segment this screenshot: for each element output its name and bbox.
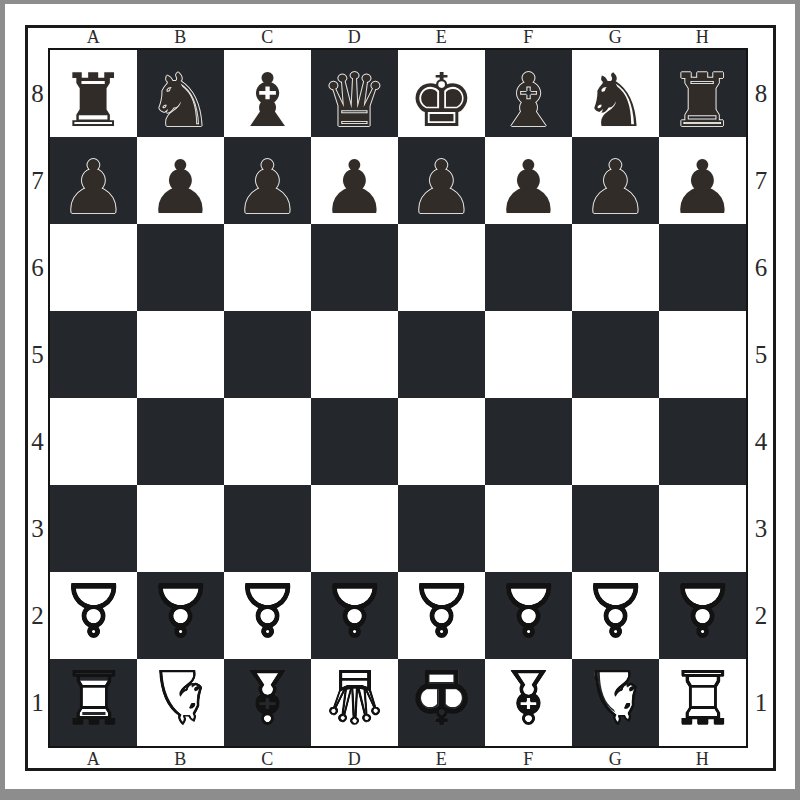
rank-label-7: 7: [749, 137, 773, 224]
piece-white-pawn[interactable]: ♟♙: [398, 566, 485, 653]
square-h1[interactable]: ♜♖: [659, 659, 746, 746]
white-piece-outline: ♗: [495, 660, 561, 734]
rank-label-7: 7: [27, 137, 48, 224]
file-label-c: C: [224, 27, 311, 48]
square-g1[interactable]: ♞♘: [572, 659, 659, 746]
piece-black-bishop[interactable]: ♝: [485, 56, 572, 143]
piece-white-pawn[interactable]: ♟♙: [137, 566, 224, 653]
rank-label-2: 2: [27, 572, 48, 659]
piece-black-queen[interactable]: ♛: [311, 56, 398, 143]
square-b4[interactable]: [137, 398, 224, 485]
piece-white-pawn[interactable]: ♟♙: [50, 566, 137, 653]
square-b5[interactable]: [137, 311, 224, 398]
white-piece-outline: ♔: [408, 660, 474, 734]
piece-white-pawn[interactable]: ♟♙: [311, 566, 398, 653]
square-a1[interactable]: ♜♖: [50, 659, 137, 746]
white-piece-outline: ♙: [495, 573, 561, 647]
square-d8[interactable]: ♛: [311, 50, 398, 137]
square-a3[interactable]: [50, 485, 137, 572]
white-piece-outline: ♕: [321, 660, 387, 734]
piece-black-king[interactable]: ♚: [398, 56, 485, 143]
piece-white-bishop[interactable]: ♝♗: [224, 653, 311, 740]
square-b8[interactable]: ♞: [137, 50, 224, 137]
file-label-g: G: [572, 749, 659, 769]
square-c3[interactable]: [224, 485, 311, 572]
white-piece-outline: ♙: [147, 573, 213, 647]
square-d2[interactable]: ♟♙: [311, 572, 398, 659]
piece-black-pawn[interactable]: ♟: [659, 143, 746, 230]
square-f4[interactable]: [485, 398, 572, 485]
square-f1[interactable]: ♝♗: [485, 659, 572, 746]
square-g7[interactable]: ♟: [572, 137, 659, 224]
square-c6[interactable]: [224, 224, 311, 311]
square-c1[interactable]: ♝♗: [224, 659, 311, 746]
rank-label-2: 2: [749, 572, 773, 659]
square-g5[interactable]: [572, 311, 659, 398]
rank-label-3: 3: [27, 485, 48, 572]
piece-white-pawn[interactable]: ♟♙: [485, 566, 572, 653]
white-piece-outline: ♖: [60, 660, 126, 734]
file-label-h: H: [659, 749, 746, 769]
square-d6[interactable]: [311, 224, 398, 311]
white-piece-outline: ♙: [669, 573, 735, 647]
square-h7[interactable]: ♟: [659, 137, 746, 224]
square-c7[interactable]: ♟: [224, 137, 311, 224]
square-e6[interactable]: [398, 224, 485, 311]
file-label-g: G: [572, 27, 659, 48]
file-label-f: F: [485, 749, 572, 769]
rank-label-6: 6: [27, 224, 48, 311]
file-label-e: E: [398, 749, 485, 769]
piece-white-queen[interactable]: ♛♕: [311, 653, 398, 740]
piece-white-rook[interactable]: ♜♖: [659, 653, 746, 740]
square-g2[interactable]: ♟♙: [572, 572, 659, 659]
square-h3[interactable]: [659, 485, 746, 572]
piece-white-knight[interactable]: ♞♘: [572, 653, 659, 740]
square-f3[interactable]: [485, 485, 572, 572]
rank-label-1: 1: [749, 659, 773, 746]
square-c8[interactable]: ♝: [224, 50, 311, 137]
piece-black-pawn[interactable]: ♟: [137, 143, 224, 230]
chess-board: ♜♞♝♛♚♝♞♜♟♟♟♟♟♟♟♟♟♙♟♙♟♙♟♙♟♙♟♙♟♙♟♙♜♖♞♘♝♗♛♕…: [48, 48, 748, 748]
file-label-c: C: [224, 749, 311, 769]
piece-black-rook[interactable]: ♜: [659, 56, 746, 143]
square-a8[interactable]: ♜: [50, 50, 137, 137]
square-a4[interactable]: [50, 398, 137, 485]
rank-label-4: 4: [27, 398, 48, 485]
file-label-b: B: [137, 27, 224, 48]
file-label-a: A: [50, 749, 137, 769]
rank-label-1: 1: [27, 659, 48, 746]
white-piece-outline: ♙: [234, 573, 300, 647]
square-f6[interactable]: [485, 224, 572, 311]
square-e4[interactable]: [398, 398, 485, 485]
square-g3[interactable]: [572, 485, 659, 572]
rank-label-6: 6: [749, 224, 773, 311]
piece-black-pawn[interactable]: ♟: [224, 143, 311, 230]
square-h5[interactable]: [659, 311, 746, 398]
square-h6[interactable]: [659, 224, 746, 311]
square-d7[interactable]: ♟: [311, 137, 398, 224]
piece-white-pawn[interactable]: ♟♙: [224, 566, 311, 653]
square-b3[interactable]: [137, 485, 224, 572]
piece-black-bishop[interactable]: ♝: [224, 56, 311, 143]
piece-white-pawn[interactable]: ♟♙: [572, 566, 659, 653]
rank-labels-left: 87654321: [27, 50, 48, 746]
piece-white-knight[interactable]: ♞♘: [137, 653, 224, 740]
file-label-f: F: [485, 27, 572, 48]
rank-label-3: 3: [749, 485, 773, 572]
rank-label-5: 5: [27, 311, 48, 398]
square-b7[interactable]: ♟: [137, 137, 224, 224]
square-e1[interactable]: ♚♔: [398, 659, 485, 746]
rank-label-8: 8: [749, 50, 773, 137]
piece-white-pawn[interactable]: ♟♙: [659, 566, 746, 653]
piece-black-pawn[interactable]: ♟: [311, 143, 398, 230]
square-f8[interactable]: ♝: [485, 50, 572, 137]
square-d3[interactable]: [311, 485, 398, 572]
square-h2[interactable]: ♟♙: [659, 572, 746, 659]
white-piece-outline: ♙: [582, 573, 648, 647]
piece-white-rook[interactable]: ♜♖: [50, 653, 137, 740]
square-a2[interactable]: ♟♙: [50, 572, 137, 659]
rank-label-8: 8: [27, 50, 48, 137]
square-a6[interactable]: [50, 224, 137, 311]
square-d5[interactable]: [311, 311, 398, 398]
white-piece-outline: ♘: [147, 660, 213, 734]
square-h8[interactable]: ♜: [659, 50, 746, 137]
square-d4[interactable]: [311, 398, 398, 485]
square-e7[interactable]: ♟: [398, 137, 485, 224]
square-c5[interactable]: [224, 311, 311, 398]
square-h4[interactable]: [659, 398, 746, 485]
file-label-d: D: [311, 749, 398, 769]
square-d1[interactable]: ♛♕: [311, 659, 398, 746]
piece-black-pawn[interactable]: ♟: [485, 143, 572, 230]
square-e3[interactable]: [398, 485, 485, 572]
file-label-e: E: [398, 27, 485, 48]
file-labels-bottom: ABCDEFGH: [50, 749, 746, 769]
square-e5[interactable]: [398, 311, 485, 398]
white-piece-outline: ♙: [60, 573, 126, 647]
rank-labels-right: 87654321: [749, 50, 773, 746]
square-c2[interactable]: ♟♙: [224, 572, 311, 659]
piece-black-knight[interactable]: ♞: [572, 56, 659, 143]
square-b6[interactable]: [137, 224, 224, 311]
piece-black-knight[interactable]: ♞: [137, 56, 224, 143]
piece-black-pawn[interactable]: ♟: [398, 143, 485, 230]
file-labels-top: ABCDEFGH: [50, 27, 746, 48]
white-piece-outline: ♖: [669, 660, 735, 734]
square-e8[interactable]: ♚: [398, 50, 485, 137]
file-label-d: D: [311, 27, 398, 48]
piece-white-king[interactable]: ♚♔: [398, 653, 485, 740]
square-e2[interactable]: ♟♙: [398, 572, 485, 659]
piece-black-pawn[interactable]: ♟: [50, 143, 137, 230]
rank-label-4: 4: [749, 398, 773, 485]
white-piece-outline: ♙: [321, 573, 387, 647]
rank-label-5: 5: [749, 311, 773, 398]
file-label-a: A: [50, 27, 137, 48]
file-label-b: B: [137, 749, 224, 769]
square-f5[interactable]: [485, 311, 572, 398]
square-g8[interactable]: ♞: [572, 50, 659, 137]
piece-black-rook[interactable]: ♜: [50, 56, 137, 143]
square-g4[interactable]: [572, 398, 659, 485]
square-a5[interactable]: [50, 311, 137, 398]
square-g6[interactable]: [572, 224, 659, 311]
square-b1[interactable]: ♞♘: [137, 659, 224, 746]
piece-white-bishop[interactable]: ♝♗: [485, 653, 572, 740]
white-piece-outline: ♙: [408, 573, 474, 647]
square-f2[interactable]: ♟♙: [485, 572, 572, 659]
square-a7[interactable]: ♟: [50, 137, 137, 224]
white-piece-outline: ♘: [582, 660, 648, 734]
file-label-h: H: [659, 27, 746, 48]
square-f7[interactable]: ♟: [485, 137, 572, 224]
white-piece-outline: ♗: [234, 660, 300, 734]
square-c4[interactable]: [224, 398, 311, 485]
piece-black-pawn[interactable]: ♟: [572, 143, 659, 230]
square-b2[interactable]: ♟♙: [137, 572, 224, 659]
